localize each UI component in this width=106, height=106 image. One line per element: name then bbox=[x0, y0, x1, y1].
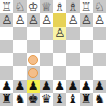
square-a4[interactable] bbox=[93, 40, 106, 53]
white-bishop-piece[interactable]: ♗ bbox=[67, 0, 78, 12]
white-rook-piece[interactable]: ♖ bbox=[81, 0, 92, 12]
square-a8[interactable]: ♞ bbox=[93, 93, 106, 106]
square-b6[interactable] bbox=[80, 66, 93, 79]
square-b3[interactable] bbox=[80, 27, 93, 40]
square-c2[interactable]: ♙ bbox=[66, 13, 79, 26]
square-a1[interactable]: ♘ bbox=[93, 0, 106, 13]
square-a2[interactable]: ♙ bbox=[93, 13, 106, 26]
white-knight-piece[interactable]: ♘ bbox=[94, 0, 105, 12]
black-bishop-piece[interactable]: ♝ bbox=[67, 93, 78, 105]
square-c5[interactable] bbox=[66, 53, 79, 66]
square-e1[interactable]: ♕ bbox=[40, 0, 53, 13]
black-pawn-piece[interactable]: ♟ bbox=[54, 80, 65, 92]
square-h2[interactable]: ♙ bbox=[0, 13, 13, 26]
square-d7[interactable]: ♟ bbox=[53, 80, 66, 93]
square-f2[interactable]: ♙ bbox=[27, 13, 40, 26]
square-h5[interactable] bbox=[0, 53, 13, 66]
black-rook-piece[interactable]: ♜ bbox=[81, 93, 92, 105]
square-b5[interactable] bbox=[80, 53, 93, 66]
square-h6[interactable] bbox=[0, 66, 13, 79]
square-a5[interactable] bbox=[93, 53, 106, 66]
move-hint-dot[interactable] bbox=[28, 68, 38, 78]
square-a3[interactable] bbox=[93, 27, 106, 40]
square-h3[interactable] bbox=[0, 27, 13, 40]
black-pawn-piece[interactable]: ♟ bbox=[81, 80, 92, 92]
square-g6[interactable] bbox=[13, 66, 26, 79]
white-knight-piece[interactable]: ♘ bbox=[14, 0, 25, 12]
black-king-piece[interactable]: ♚ bbox=[28, 93, 39, 105]
square-a7[interactable]: ♟ bbox=[93, 80, 106, 93]
square-c6[interactable] bbox=[66, 66, 79, 79]
square-d1[interactable]: ♗ bbox=[53, 0, 66, 13]
square-c8[interactable]: ♝ bbox=[66, 93, 79, 106]
square-f8[interactable]: ♚ bbox=[27, 93, 40, 106]
square-f4[interactable] bbox=[27, 40, 40, 53]
square-f6[interactable] bbox=[27, 66, 40, 79]
square-f1[interactable]: ♔ bbox=[27, 0, 40, 13]
square-e4[interactable] bbox=[40, 40, 53, 53]
black-knight-piece[interactable]: ♞ bbox=[94, 93, 105, 105]
square-b1[interactable]: ♖ bbox=[80, 0, 93, 13]
square-c7[interactable]: ♟ bbox=[66, 80, 79, 93]
white-king-piece[interactable]: ♔ bbox=[28, 0, 39, 12]
square-a6[interactable] bbox=[93, 66, 106, 79]
white-pawn-piece[interactable]: ♙ bbox=[1, 13, 12, 25]
square-h7[interactable]: ♟ bbox=[0, 80, 13, 93]
square-b7[interactable]: ♟ bbox=[80, 80, 93, 93]
square-c4[interactable] bbox=[66, 40, 79, 53]
chess-board: ♖♘♔♕♗♗♖♘♙♙♙♙♙♙♙♙♟♟♟♟♟♟♟♟♜♞♚♛♝♝♜♞ bbox=[0, 0, 106, 106]
square-e7[interactable]: ♟ bbox=[40, 80, 53, 93]
square-e5[interactable] bbox=[40, 53, 53, 66]
black-pawn-piece[interactable]: ♟ bbox=[94, 80, 105, 92]
square-d5[interactable] bbox=[53, 53, 66, 66]
square-f3[interactable] bbox=[27, 27, 40, 40]
black-rook-piece[interactable]: ♜ bbox=[1, 93, 12, 105]
square-d8[interactable]: ♝ bbox=[53, 93, 66, 106]
square-c3[interactable] bbox=[66, 27, 79, 40]
white-bishop-piece[interactable]: ♗ bbox=[54, 0, 65, 12]
square-f7[interactable]: ♟ bbox=[27, 80, 40, 93]
square-c1[interactable]: ♗ bbox=[66, 0, 79, 13]
square-g1[interactable]: ♘ bbox=[13, 0, 26, 13]
square-d6[interactable] bbox=[53, 66, 66, 79]
square-d2[interactable] bbox=[53, 13, 66, 26]
square-e2[interactable]: ♙ bbox=[40, 13, 53, 26]
square-b2[interactable]: ♙ bbox=[80, 13, 93, 26]
black-pawn-piece[interactable]: ♟ bbox=[28, 80, 39, 92]
white-pawn-piece[interactable]: ♙ bbox=[41, 13, 52, 25]
square-g2[interactable]: ♙ bbox=[13, 13, 26, 26]
square-e6[interactable] bbox=[40, 66, 53, 79]
square-b4[interactable] bbox=[80, 40, 93, 53]
white-pawn-piece[interactable]: ♙ bbox=[54, 27, 65, 39]
square-f5[interactable] bbox=[27, 53, 40, 66]
square-g5[interactable] bbox=[13, 53, 26, 66]
white-pawn-piece[interactable]: ♙ bbox=[28, 13, 39, 25]
black-bishop-piece[interactable]: ♝ bbox=[54, 93, 65, 105]
square-d4[interactable] bbox=[53, 40, 66, 53]
black-queen-piece[interactable]: ♛ bbox=[41, 93, 52, 105]
black-pawn-piece[interactable]: ♟ bbox=[14, 80, 25, 92]
black-pawn-piece[interactable]: ♟ bbox=[67, 80, 78, 92]
square-g3[interactable] bbox=[13, 27, 26, 40]
square-g7[interactable]: ♟ bbox=[13, 80, 26, 93]
square-g4[interactable] bbox=[13, 40, 26, 53]
move-hint-dot[interactable] bbox=[28, 55, 38, 65]
square-b8[interactable]: ♜ bbox=[80, 93, 93, 106]
white-pawn-piece[interactable]: ♙ bbox=[81, 13, 92, 25]
white-queen-piece[interactable]: ♕ bbox=[41, 0, 52, 12]
square-h4[interactable] bbox=[0, 40, 13, 53]
black-pawn-piece[interactable]: ♟ bbox=[41, 80, 52, 92]
square-e8[interactable]: ♛ bbox=[40, 93, 53, 106]
square-h1[interactable]: ♖ bbox=[0, 0, 13, 13]
white-pawn-piece[interactable]: ♙ bbox=[67, 13, 78, 25]
black-pawn-piece[interactable]: ♟ bbox=[1, 80, 12, 92]
black-knight-piece[interactable]: ♞ bbox=[14, 93, 25, 105]
square-d3[interactable]: ♙ bbox=[53, 27, 66, 40]
white-pawn-piece[interactable]: ♙ bbox=[14, 13, 25, 25]
square-h8[interactable]: ♜ bbox=[0, 93, 13, 106]
square-e3[interactable] bbox=[40, 27, 53, 40]
white-rook-piece[interactable]: ♖ bbox=[1, 0, 12, 12]
white-pawn-piece[interactable]: ♙ bbox=[94, 13, 105, 25]
square-g8[interactable]: ♞ bbox=[13, 93, 26, 106]
